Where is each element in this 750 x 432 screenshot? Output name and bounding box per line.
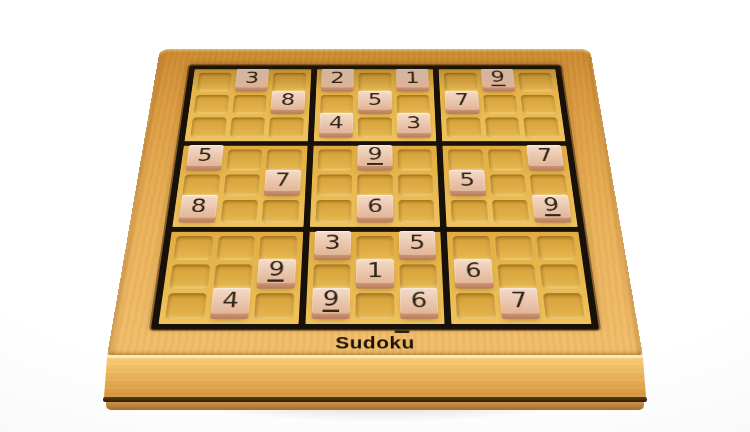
tile-3-r7c4[interactable]: 3 xyxy=(314,231,351,255)
tile-9-r1c8[interactable]: 9 xyxy=(481,69,515,87)
logo-fine-print xyxy=(395,330,410,332)
cell-r9c7[interactable] xyxy=(456,293,496,319)
cell-r2c8[interactable] xyxy=(483,95,518,114)
cell-r6c7[interactable] xyxy=(451,200,488,223)
block-1-2: 21543 xyxy=(314,69,437,141)
cell-r1c5[interactable] xyxy=(359,73,392,92)
cell-r9c5[interactable] xyxy=(356,293,395,319)
cell-r4c9[interactable]: 7 xyxy=(527,149,564,170)
tile-number: 3 xyxy=(406,115,421,131)
tile-number: 7 xyxy=(510,289,529,310)
cell-r4c8[interactable] xyxy=(488,149,525,170)
tile-3-r3c6[interactable]: 3 xyxy=(397,113,431,133)
cell-r9c9[interactable] xyxy=(543,293,585,319)
cell-r8c1[interactable] xyxy=(169,264,210,289)
cell-r2c2[interactable] xyxy=(232,95,267,114)
cell-r4c6[interactable] xyxy=(397,149,432,170)
tile-5-r7c6[interactable]: 5 xyxy=(399,231,436,255)
cell-r6c2[interactable] xyxy=(220,200,258,223)
cell-r7c9[interactable] xyxy=(537,236,577,260)
cell-r3c8[interactable] xyxy=(485,118,521,138)
tile-number: 3 xyxy=(244,70,260,85)
tile-number: 7 xyxy=(536,146,553,163)
block-3-2: 35196 xyxy=(305,232,445,324)
block-2-3: 759 xyxy=(443,146,578,227)
tile-number: 2 xyxy=(330,70,345,85)
tile-number: 1 xyxy=(367,260,383,280)
cell-r4c4[interactable] xyxy=(317,149,352,170)
cell-r3c2[interactable] xyxy=(229,118,265,138)
cell-r6c9[interactable]: 9 xyxy=(533,200,572,223)
cell-r7c6[interactable]: 5 xyxy=(399,236,437,260)
cell-r9c8[interactable]: 7 xyxy=(500,293,541,319)
cell-r3c5[interactable] xyxy=(358,118,392,138)
tile-number: 5 xyxy=(459,171,475,189)
cell-r2c3[interactable]: 8 xyxy=(270,95,304,114)
tile-4-r9c2[interactable]: 4 xyxy=(210,288,251,313)
product-photo-scene: 38215439757896759943519667 Sudoku xyxy=(0,0,750,432)
cell-r9c2[interactable]: 4 xyxy=(210,293,251,319)
cell-r8c5[interactable]: 1 xyxy=(356,264,394,289)
tile-9-r8c3[interactable]: 9 xyxy=(257,259,296,283)
cell-r8c6[interactable] xyxy=(399,264,437,289)
tile-number: 3 xyxy=(324,232,340,251)
cell-r1c7[interactable] xyxy=(444,73,478,92)
tile-number: 8 xyxy=(280,92,295,108)
cell-r5c1[interactable] xyxy=(182,174,220,196)
cell-r1c4[interactable]: 2 xyxy=(321,73,354,92)
tile-7-r9c8[interactable]: 7 xyxy=(499,288,540,313)
cell-r7c4[interactable]: 3 xyxy=(314,236,351,260)
tile-number: 7 xyxy=(454,92,469,108)
tile-8-r6c1[interactable]: 8 xyxy=(179,195,218,217)
tile-number: 9 xyxy=(268,259,286,282)
tile-2-r1c4[interactable]: 2 xyxy=(321,69,354,87)
tile-4-r3c4[interactable]: 4 xyxy=(319,113,353,133)
tile-number: 6 xyxy=(410,289,427,310)
cell-r4c1[interactable]: 5 xyxy=(186,149,223,170)
tile-number: 4 xyxy=(221,289,240,310)
cell-r6c4[interactable] xyxy=(315,200,352,223)
tile-number: 1 xyxy=(405,70,420,85)
cell-r7c7[interactable] xyxy=(453,236,491,260)
cell-r8c9[interactable] xyxy=(540,264,581,289)
block-1-3: 97 xyxy=(439,69,566,141)
cell-r7c2[interactable] xyxy=(216,236,255,260)
cell-r8c7[interactable]: 6 xyxy=(454,264,493,289)
cell-r8c4[interactable] xyxy=(312,264,350,289)
tile-8-r2c3[interactable]: 8 xyxy=(271,91,305,110)
block-2-1: 578 xyxy=(172,146,307,227)
sudoku-board: 38215439757896759943519667 xyxy=(151,65,599,329)
logo-text: Sudoku xyxy=(335,333,415,353)
cell-r7c8[interactable] xyxy=(495,236,534,260)
cell-r2c1[interactable] xyxy=(193,95,229,114)
cell-r2c4[interactable] xyxy=(320,95,354,114)
tile-1-r1c6[interactable]: 1 xyxy=(396,69,429,87)
cell-r5c2[interactable] xyxy=(223,174,260,196)
cell-r4c7[interactable] xyxy=(448,149,484,170)
cell-r3c9[interactable] xyxy=(524,118,560,138)
tile-9-r9c4[interactable]: 9 xyxy=(311,288,350,313)
tile-number: 8 xyxy=(190,197,208,215)
cell-r1c9[interactable] xyxy=(518,73,553,92)
cell-r9c1[interactable] xyxy=(165,293,207,319)
cell-r2c6[interactable] xyxy=(396,95,430,114)
cell-r3c4[interactable]: 4 xyxy=(319,118,353,138)
cell-r5c9[interactable] xyxy=(530,174,568,196)
cell-r5c5[interactable] xyxy=(357,174,392,196)
cell-r7c1[interactable] xyxy=(173,236,213,260)
tile-number: 6 xyxy=(367,197,383,215)
tile-number: 9 xyxy=(490,69,506,87)
cell-r6c5[interactable]: 6 xyxy=(357,200,393,223)
tile-6-r9c6[interactable]: 6 xyxy=(400,288,439,313)
tile-number: 5 xyxy=(409,232,425,251)
cell-r4c3[interactable] xyxy=(266,149,302,170)
block-3-1: 94 xyxy=(159,232,303,324)
tile-number: 6 xyxy=(465,260,483,280)
cell-r1c2[interactable]: 3 xyxy=(234,73,268,92)
cell-r6c3[interactable] xyxy=(262,200,299,223)
cell-r9c4[interactable]: 9 xyxy=(311,293,350,319)
cell-r7c3[interactable] xyxy=(259,236,297,260)
tile-number: 9 xyxy=(542,195,560,216)
cell-r5c8[interactable] xyxy=(490,174,527,196)
block-3-3: 67 xyxy=(447,232,591,324)
cell-r8c8[interactable] xyxy=(497,264,537,289)
cell-r1c1[interactable] xyxy=(197,73,232,92)
tile-number: 5 xyxy=(196,146,213,163)
cell-r5c6[interactable] xyxy=(398,174,434,196)
cell-r2c7[interactable]: 7 xyxy=(445,95,479,114)
cell-r3c1[interactable] xyxy=(190,118,226,138)
cell-r1c8[interactable]: 9 xyxy=(481,73,515,92)
cell-r4c5[interactable]: 9 xyxy=(358,149,393,170)
box-top-tilt: 38215439757896759943519667 Sudoku xyxy=(107,49,643,356)
cell-r5c4[interactable] xyxy=(316,174,352,196)
box-base-edge xyxy=(106,402,644,410)
tile-9-r6c9[interactable]: 9 xyxy=(532,195,571,217)
cell-r3c7[interactable] xyxy=(446,118,481,138)
tile-7-r2c7[interactable]: 7 xyxy=(445,91,479,110)
tile-6-r6c5[interactable]: 6 xyxy=(357,195,393,217)
cell-r7c5[interactable] xyxy=(356,236,393,260)
cell-r6c1[interactable]: 8 xyxy=(178,200,217,223)
cell-r2c9[interactable] xyxy=(521,95,557,114)
cell-r5c3[interactable]: 7 xyxy=(264,174,301,196)
cell-r4c2[interactable] xyxy=(226,149,263,170)
tile-5-r5c7[interactable]: 5 xyxy=(449,170,486,192)
tile-6-r8c7[interactable]: 6 xyxy=(454,259,493,283)
cell-r3c3[interactable] xyxy=(268,118,303,138)
cell-r9c3[interactable] xyxy=(254,293,294,319)
tile-number: 4 xyxy=(329,115,344,131)
cell-r6c6[interactable] xyxy=(398,200,435,223)
cell-r3c6[interactable]: 3 xyxy=(397,118,431,138)
block-2-2: 96 xyxy=(310,146,441,227)
tile-number: 9 xyxy=(322,288,339,312)
tile-5-r4c1[interactable]: 5 xyxy=(186,145,223,166)
cell-r6c8[interactable] xyxy=(492,200,530,223)
tile-number: 5 xyxy=(368,92,382,108)
cell-r8c3[interactable]: 9 xyxy=(256,264,295,289)
tile-9-r4c5[interactable]: 9 xyxy=(358,145,393,166)
wooden-frame: 38215439757896759943519667 Sudoku xyxy=(107,49,643,356)
tile-5-r2c5[interactable]: 5 xyxy=(358,91,391,110)
cell-r2c5[interactable]: 5 xyxy=(358,95,391,114)
cell-r5c7[interactable]: 5 xyxy=(449,174,486,196)
cell-r9c6[interactable]: 6 xyxy=(400,293,439,319)
tile-3-r1c2[interactable]: 3 xyxy=(235,69,269,87)
frame-bottom-rail: Sudoku xyxy=(107,330,643,356)
cell-r8c2[interactable] xyxy=(213,264,253,289)
box-front-face xyxy=(104,355,646,397)
cell-r1c3[interactable] xyxy=(272,73,306,92)
tile-7-r5c3[interactable]: 7 xyxy=(264,170,301,192)
tile-number: 9 xyxy=(367,145,382,165)
tile-7-r4c9[interactable]: 7 xyxy=(527,145,564,166)
cell-r1c6[interactable]: 1 xyxy=(396,73,429,92)
tile-1-r8c5[interactable]: 1 xyxy=(356,259,394,283)
block-1-1: 38 xyxy=(185,69,312,141)
tile-number: 7 xyxy=(274,171,290,189)
